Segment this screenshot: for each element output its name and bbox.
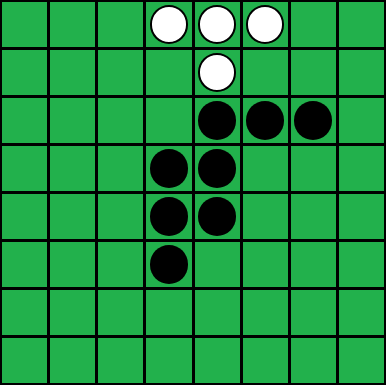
board-cell-h5[interactable] — [339, 194, 384, 239]
board-cell-a7[interactable] — [2, 290, 47, 335]
board-cell-f8[interactable] — [243, 338, 288, 383]
board-cell-h7[interactable] — [339, 290, 384, 335]
board-cell-c1[interactable] — [98, 2, 143, 47]
othello-board — [0, 0, 386, 385]
board-cell-f1[interactable] — [243, 2, 288, 47]
board-cell-g4[interactable] — [291, 146, 336, 191]
board-cell-a8[interactable] — [2, 338, 47, 383]
board-cell-g1[interactable] — [291, 2, 336, 47]
black-disc — [150, 149, 188, 187]
board-cell-a3[interactable] — [2, 98, 47, 143]
board-cell-b8[interactable] — [50, 338, 95, 383]
board-cell-d6[interactable] — [146, 242, 191, 287]
board-cell-c2[interactable] — [98, 50, 143, 95]
board-cell-c6[interactable] — [98, 242, 143, 287]
board-cell-f4[interactable] — [243, 146, 288, 191]
board-cell-c4[interactable] — [98, 146, 143, 191]
board-cell-e2[interactable] — [195, 50, 240, 95]
board-cell-d7[interactable] — [146, 290, 191, 335]
white-disc — [198, 53, 236, 91]
board-cell-g3[interactable] — [291, 98, 336, 143]
board-cell-a4[interactable] — [2, 146, 47, 191]
board-cell-e6[interactable] — [195, 242, 240, 287]
board-cell-f7[interactable] — [243, 290, 288, 335]
board-cell-e4[interactable] — [195, 146, 240, 191]
board-cell-b3[interactable] — [50, 98, 95, 143]
black-disc — [246, 101, 284, 139]
black-disc — [198, 197, 236, 235]
board-cell-c7[interactable] — [98, 290, 143, 335]
white-disc — [198, 5, 236, 43]
board-cell-c8[interactable] — [98, 338, 143, 383]
black-disc — [198, 101, 236, 139]
board-cell-f3[interactable] — [243, 98, 288, 143]
board-cell-h3[interactable] — [339, 98, 384, 143]
board-cell-g2[interactable] — [291, 50, 336, 95]
board-cell-e5[interactable] — [195, 194, 240, 239]
white-disc — [246, 5, 284, 43]
board-cell-d2[interactable] — [146, 50, 191, 95]
black-disc — [294, 101, 332, 139]
board-cell-c3[interactable] — [98, 98, 143, 143]
board-cell-d3[interactable] — [146, 98, 191, 143]
board-cell-g7[interactable] — [291, 290, 336, 335]
board-cell-d1[interactable] — [146, 2, 191, 47]
board-cell-b1[interactable] — [50, 2, 95, 47]
black-disc — [198, 149, 236, 187]
board-cell-g8[interactable] — [291, 338, 336, 383]
board-cell-a1[interactable] — [2, 2, 47, 47]
board-cell-e3[interactable] — [195, 98, 240, 143]
board-cell-b4[interactable] — [50, 146, 95, 191]
board-cell-e7[interactable] — [195, 290, 240, 335]
board-cell-e8[interactable] — [195, 338, 240, 383]
board-cell-d8[interactable] — [146, 338, 191, 383]
black-disc — [150, 245, 188, 283]
board-cell-g6[interactable] — [291, 242, 336, 287]
board-cell-h2[interactable] — [339, 50, 384, 95]
board-cell-h8[interactable] — [339, 338, 384, 383]
board-cell-a2[interactable] — [2, 50, 47, 95]
board-cell-a6[interactable] — [2, 242, 47, 287]
board-cell-b5[interactable] — [50, 194, 95, 239]
board-cell-d5[interactable] — [146, 194, 191, 239]
board-cell-e1[interactable] — [195, 2, 240, 47]
board-cell-f6[interactable] — [243, 242, 288, 287]
board-cell-h6[interactable] — [339, 242, 384, 287]
board-cell-a5[interactable] — [2, 194, 47, 239]
board-cell-c5[interactable] — [98, 194, 143, 239]
board-cell-f5[interactable] — [243, 194, 288, 239]
board-cell-g5[interactable] — [291, 194, 336, 239]
board-cell-f2[interactable] — [243, 50, 288, 95]
board-cell-h1[interactable] — [339, 2, 384, 47]
othello-board-wrapper — [0, 0, 386, 385]
board-cell-h4[interactable] — [339, 146, 384, 191]
board-cell-b7[interactable] — [50, 290, 95, 335]
board-cell-b2[interactable] — [50, 50, 95, 95]
board-cell-b6[interactable] — [50, 242, 95, 287]
black-disc — [150, 197, 188, 235]
board-cell-d4[interactable] — [146, 146, 191, 191]
white-disc — [150, 5, 188, 43]
